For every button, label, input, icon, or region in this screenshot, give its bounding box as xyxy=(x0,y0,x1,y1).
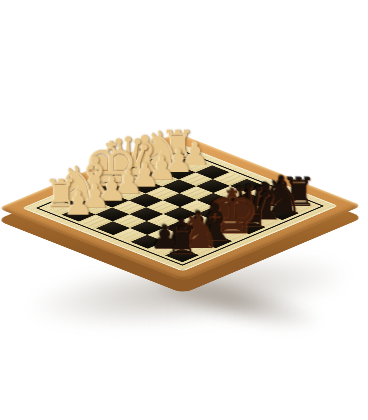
black-rook-h8[interactable]: ♜ xyxy=(153,215,211,255)
scene: ♜♞♝♛♚♝♞♜♟♟♟♟♟♟♟♟♟♟♟♟♟♟♟♟♜♞♝♛♚♝♞♜ xyxy=(0,0,368,420)
white-pawn-h2[interactable]: ♟ xyxy=(49,182,107,215)
chess-board: ♜♞♝♛♚♝♞♜♟♟♟♟♟♟♟♟♟♟♟♟♟♟♟♟♜♞♝♛♚♝♞♜ xyxy=(0,133,362,281)
rook-glyph: ♜ xyxy=(164,221,200,261)
board-position-wrapper: ♜♞♝♛♚♝♞♜♟♟♟♟♟♟♟♟♟♟♟♟♟♟♟♟♜♞♝♛♚♝♞♜ xyxy=(51,78,309,336)
pawn-glyph: ♟ xyxy=(64,186,94,219)
product-photo: ♜♞♝♛♚♝♞♜♟♟♟♟♟♟♟♟♟♟♟♟♟♟♟♟♜♞♝♛♚♝♞♜ xyxy=(0,0,368,420)
